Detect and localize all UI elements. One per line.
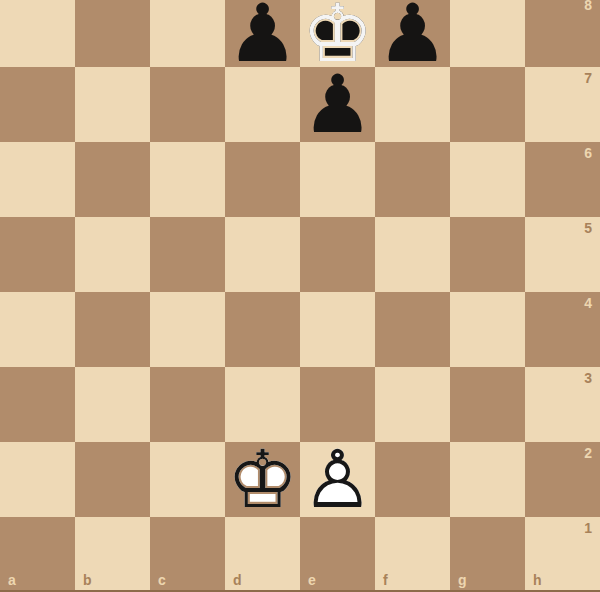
square-g1[interactable]: g bbox=[450, 517, 525, 592]
square-g6[interactable] bbox=[450, 142, 525, 217]
square-d2[interactable]: ♚♔ bbox=[225, 442, 300, 517]
square-a8[interactable] bbox=[0, 0, 75, 67]
square-b1[interactable]: b bbox=[75, 517, 150, 592]
square-a1[interactable]: a bbox=[0, 517, 75, 592]
square-e7[interactable]: ♟ bbox=[300, 67, 375, 142]
rank-label-6: 6 bbox=[584, 145, 592, 161]
rank-label-8: 8 bbox=[584, 0, 592, 13]
board-grid: ♟♚♔♟8♟76543♚♔♟♙2abcdefgh1 bbox=[0, 0, 600, 592]
square-e3[interactable] bbox=[300, 367, 375, 442]
square-d4[interactable] bbox=[225, 292, 300, 367]
white-king[interactable]: ♚♔ bbox=[225, 442, 300, 517]
square-d1[interactable]: d bbox=[225, 517, 300, 592]
white-king-glyph: ♚ bbox=[225, 442, 300, 517]
square-h1[interactable]: h1 bbox=[525, 517, 600, 592]
square-e6[interactable] bbox=[300, 142, 375, 217]
square-g4[interactable] bbox=[450, 292, 525, 367]
file-label-g: g bbox=[458, 572, 467, 588]
square-g3[interactable] bbox=[450, 367, 525, 442]
square-d7[interactable] bbox=[225, 67, 300, 142]
square-e5[interactable] bbox=[300, 217, 375, 292]
square-h6[interactable]: 6 bbox=[525, 142, 600, 217]
file-label-b: b bbox=[83, 572, 92, 588]
square-c1[interactable]: c bbox=[150, 517, 225, 592]
rank-label-7: 7 bbox=[584, 70, 592, 86]
black-pawn-glyph: ♟ bbox=[225, 0, 300, 67]
square-c8[interactable] bbox=[150, 0, 225, 67]
chess-board: ♟♚♔♟8♟76543♚♔♟♙2abcdefgh1 bbox=[0, 0, 600, 592]
square-c6[interactable] bbox=[150, 142, 225, 217]
square-c5[interactable] bbox=[150, 217, 225, 292]
black-king-outline: ♔ bbox=[300, 0, 375, 67]
white-pawn-outline: ♙ bbox=[300, 442, 375, 517]
square-a3[interactable] bbox=[0, 367, 75, 442]
square-f1[interactable]: f bbox=[375, 517, 450, 592]
square-f5[interactable] bbox=[375, 217, 450, 292]
square-e2[interactable]: ♟♙ bbox=[300, 442, 375, 517]
square-b2[interactable] bbox=[75, 442, 150, 517]
black-king-glyph: ♚ bbox=[300, 0, 375, 67]
square-c7[interactable] bbox=[150, 67, 225, 142]
file-label-c: c bbox=[158, 572, 166, 588]
black-king[interactable]: ♚♔ bbox=[300, 0, 375, 67]
square-a6[interactable] bbox=[0, 142, 75, 217]
square-f7[interactable] bbox=[375, 67, 450, 142]
square-c3[interactable] bbox=[150, 367, 225, 442]
square-f6[interactable] bbox=[375, 142, 450, 217]
square-b4[interactable] bbox=[75, 292, 150, 367]
square-f4[interactable] bbox=[375, 292, 450, 367]
black-pawn-glyph: ♟ bbox=[375, 0, 450, 67]
square-h8[interactable]: 8 bbox=[525, 0, 600, 67]
black-pawn[interactable]: ♟ bbox=[300, 67, 375, 142]
square-g5[interactable] bbox=[450, 217, 525, 292]
square-g8[interactable] bbox=[450, 0, 525, 67]
rank-label-4: 4 bbox=[584, 295, 592, 311]
file-label-d: d bbox=[233, 572, 242, 588]
square-a7[interactable] bbox=[0, 67, 75, 142]
square-c4[interactable] bbox=[150, 292, 225, 367]
square-d5[interactable] bbox=[225, 217, 300, 292]
square-d8[interactable]: ♟ bbox=[225, 0, 300, 67]
square-b7[interactable] bbox=[75, 67, 150, 142]
rank-label-1: 1 bbox=[584, 520, 592, 536]
square-h2[interactable]: 2 bbox=[525, 442, 600, 517]
square-b8[interactable] bbox=[75, 0, 150, 67]
black-pawn[interactable]: ♟ bbox=[375, 0, 450, 67]
square-b6[interactable] bbox=[75, 142, 150, 217]
file-label-e: e bbox=[308, 572, 316, 588]
square-e8[interactable]: ♚♔ bbox=[300, 0, 375, 67]
square-h4[interactable]: 4 bbox=[525, 292, 600, 367]
black-pawn[interactable]: ♟ bbox=[225, 0, 300, 67]
square-d3[interactable] bbox=[225, 367, 300, 442]
square-b5[interactable] bbox=[75, 217, 150, 292]
square-b3[interactable] bbox=[75, 367, 150, 442]
white-king-outline: ♔ bbox=[225, 442, 300, 517]
square-h5[interactable]: 5 bbox=[525, 217, 600, 292]
square-f8[interactable]: ♟ bbox=[375, 0, 450, 67]
square-g7[interactable] bbox=[450, 67, 525, 142]
black-pawn-glyph: ♟ bbox=[300, 67, 375, 142]
white-pawn-glyph: ♟ bbox=[300, 442, 375, 517]
square-d6[interactable] bbox=[225, 142, 300, 217]
rank-label-3: 3 bbox=[584, 370, 592, 386]
square-a4[interactable] bbox=[0, 292, 75, 367]
square-c2[interactable] bbox=[150, 442, 225, 517]
rank-label-5: 5 bbox=[584, 220, 592, 236]
square-e1[interactable]: e bbox=[300, 517, 375, 592]
rank-label-2: 2 bbox=[584, 445, 592, 461]
file-label-h: h bbox=[533, 572, 542, 588]
square-g2[interactable] bbox=[450, 442, 525, 517]
square-f3[interactable] bbox=[375, 367, 450, 442]
square-h7[interactable]: 7 bbox=[525, 67, 600, 142]
square-e4[interactable] bbox=[300, 292, 375, 367]
file-label-a: a bbox=[8, 572, 16, 588]
square-h3[interactable]: 3 bbox=[525, 367, 600, 442]
white-pawn[interactable]: ♟♙ bbox=[300, 442, 375, 517]
square-f2[interactable] bbox=[375, 442, 450, 517]
square-a5[interactable] bbox=[0, 217, 75, 292]
square-a2[interactable] bbox=[0, 442, 75, 517]
file-label-f: f bbox=[383, 572, 388, 588]
